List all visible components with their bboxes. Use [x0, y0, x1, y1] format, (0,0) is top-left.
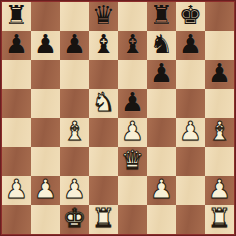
square-h6[interactable]: ♟ [205, 60, 234, 89]
square-d7[interactable]: ♝ [89, 31, 118, 60]
square-a5[interactable] [2, 89, 31, 118]
white-pawn-e4[interactable]: ♟ [121, 118, 144, 146]
square-a6[interactable] [2, 60, 31, 89]
square-h3[interactable] [205, 147, 234, 176]
white-pawn-f2[interactable]: ♟ [150, 176, 173, 204]
square-h2[interactable]: ♟ [205, 176, 234, 205]
square-e1[interactable] [118, 205, 147, 234]
black-pawn-b7[interactable]: ♟ [34, 31, 57, 59]
square-e4[interactable]: ♟ [118, 118, 147, 147]
black-pawn-c7[interactable]: ♟ [63, 31, 86, 59]
square-b3[interactable] [31, 147, 60, 176]
square-e7[interactable]: ♝ [118, 31, 147, 60]
square-d2[interactable] [89, 176, 118, 205]
black-pawn-e5[interactable]: ♟ [121, 89, 144, 117]
square-d6[interactable] [89, 60, 118, 89]
white-rook-h1[interactable]: ♜ [208, 205, 231, 233]
black-pawn-f6[interactable]: ♟ [150, 60, 173, 88]
square-h5[interactable] [205, 89, 234, 118]
square-a7[interactable]: ♟ [2, 31, 31, 60]
square-d4[interactable] [89, 118, 118, 147]
square-e8[interactable] [118, 2, 147, 31]
black-bishop-e7[interactable]: ♝ [121, 31, 144, 59]
white-pawn-h2[interactable]: ♟ [208, 176, 231, 204]
white-pawn-a2[interactable]: ♟ [5, 176, 28, 204]
square-c6[interactable] [60, 60, 89, 89]
square-b8[interactable] [31, 2, 60, 31]
square-g6[interactable] [176, 60, 205, 89]
black-pawn-h6[interactable]: ♟ [208, 60, 231, 88]
square-b2[interactable]: ♟ [31, 176, 60, 205]
square-a3[interactable] [2, 147, 31, 176]
square-g8[interactable]: ♚ [176, 2, 205, 31]
square-d5[interactable]: ♞ [89, 89, 118, 118]
black-king-g8[interactable]: ♚ [179, 2, 202, 30]
square-h1[interactable]: ♜ [205, 205, 234, 234]
square-f6[interactable]: ♟ [147, 60, 176, 89]
square-a1[interactable] [2, 205, 31, 234]
square-g4[interactable]: ♟ [176, 118, 205, 147]
square-f5[interactable] [147, 89, 176, 118]
square-a8[interactable]: ♜ [2, 2, 31, 31]
square-e5[interactable]: ♟ [118, 89, 147, 118]
white-pawn-b2[interactable]: ♟ [34, 176, 57, 204]
square-f1[interactable] [147, 205, 176, 234]
square-a2[interactable]: ♟ [2, 176, 31, 205]
white-rook-d1[interactable]: ♜ [92, 205, 115, 233]
square-f7[interactable]: ♞ [147, 31, 176, 60]
white-pawn-g4[interactable]: ♟ [179, 118, 202, 146]
square-b6[interactable] [31, 60, 60, 89]
square-d3[interactable] [89, 147, 118, 176]
square-d1[interactable]: ♜ [89, 205, 118, 234]
square-h4[interactable]: ♝ [205, 118, 234, 147]
chess-board: ♜♛♜♚♟♟♟♝♝♞♟♟♟♞♟♝♟♟♝♛♟♟♟♟♟♚♜♜ [2, 2, 234, 234]
black-pawn-g7[interactable]: ♟ [179, 31, 202, 59]
square-b7[interactable]: ♟ [31, 31, 60, 60]
square-h8[interactable] [205, 2, 234, 31]
square-e6[interactable] [118, 60, 147, 89]
square-g1[interactable] [176, 205, 205, 234]
square-f3[interactable] [147, 147, 176, 176]
square-g3[interactable] [176, 147, 205, 176]
square-b4[interactable] [31, 118, 60, 147]
square-f2[interactable]: ♟ [147, 176, 176, 205]
white-bishop-h4[interactable]: ♝ [208, 118, 231, 146]
square-e2[interactable] [118, 176, 147, 205]
black-rook-f8[interactable]: ♜ [150, 2, 173, 30]
square-a4[interactable] [2, 118, 31, 147]
square-b5[interactable] [31, 89, 60, 118]
square-g7[interactable]: ♟ [176, 31, 205, 60]
square-c1[interactable]: ♚ [60, 205, 89, 234]
board-frame: ♜♛♜♚♟♟♟♝♝♞♟♟♟♞♟♝♟♟♝♛♟♟♟♟♟♚♜♜ [0, 0, 236, 236]
square-c8[interactable] [60, 2, 89, 31]
square-c4[interactable]: ♝ [60, 118, 89, 147]
black-rook-a8[interactable]: ♜ [5, 2, 28, 30]
white-king-c1[interactable]: ♚ [63, 205, 86, 233]
square-d8[interactable]: ♛ [89, 2, 118, 31]
square-c5[interactable] [60, 89, 89, 118]
square-b1[interactable] [31, 205, 60, 234]
white-knight-d5[interactable]: ♞ [92, 89, 115, 117]
square-f8[interactable]: ♜ [147, 2, 176, 31]
square-g2[interactable] [176, 176, 205, 205]
square-f4[interactable] [147, 118, 176, 147]
square-c7[interactable]: ♟ [60, 31, 89, 60]
black-knight-f7[interactable]: ♞ [150, 31, 173, 59]
black-queen-d8[interactable]: ♛ [92, 2, 115, 30]
black-pawn-a7[interactable]: ♟ [5, 31, 28, 59]
square-c3[interactable] [60, 147, 89, 176]
black-bishop-d7[interactable]: ♝ [92, 31, 115, 59]
white-pawn-c2[interactable]: ♟ [63, 176, 86, 204]
white-bishop-c4[interactable]: ♝ [63, 118, 86, 146]
square-h7[interactable] [205, 31, 234, 60]
square-e3[interactable]: ♛ [118, 147, 147, 176]
square-c2[interactable]: ♟ [60, 176, 89, 205]
square-g5[interactable] [176, 89, 205, 118]
white-queen-e3[interactable]: ♛ [121, 147, 144, 175]
